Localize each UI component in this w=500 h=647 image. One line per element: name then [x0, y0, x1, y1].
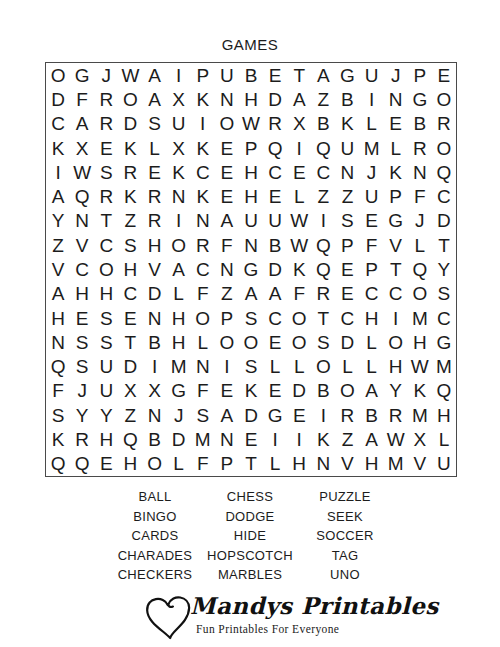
- grid-cell: S: [94, 160, 118, 184]
- grid-cell: O: [94, 257, 118, 281]
- grid-cell: O: [287, 306, 311, 330]
- grid-cell: X: [142, 379, 166, 403]
- grid-cell: E: [384, 112, 408, 136]
- grid-cell: R: [191, 233, 215, 257]
- grid-cell: K: [118, 136, 142, 160]
- grid-cell: S: [191, 403, 215, 427]
- grid-cell: V: [142, 257, 166, 281]
- word-list-item: TAG: [298, 546, 393, 566]
- grid-cell: Z: [46, 233, 70, 257]
- grid-cell: H: [70, 282, 94, 306]
- grid-cell: T: [94, 209, 118, 233]
- grid-cell: N: [384, 87, 408, 111]
- grid-cell: G: [167, 379, 191, 403]
- grid-cell: P: [360, 257, 384, 281]
- grid-cell: U: [94, 355, 118, 379]
- grid-cell: B: [263, 233, 287, 257]
- grid-cell: J: [70, 379, 94, 403]
- grid-cell: P: [335, 233, 359, 257]
- grid-cell: R: [335, 403, 359, 427]
- grid-cell: E: [94, 452, 118, 476]
- grid-cell: E: [215, 160, 239, 184]
- grid-cell: C: [46, 112, 70, 136]
- grid-cell: W: [384, 427, 408, 451]
- grid-cell: E: [215, 136, 239, 160]
- grid-cell: L: [335, 355, 359, 379]
- puzzle-title: GAMES: [0, 36, 500, 53]
- heart-icon: [140, 588, 197, 645]
- grid-cell: H: [142, 233, 166, 257]
- grid-cell: G: [432, 330, 456, 354]
- grid-cell: S: [142, 112, 166, 136]
- grid-cell: K: [408, 379, 432, 403]
- grid-cell: H: [118, 452, 142, 476]
- grid-cell: T: [311, 306, 335, 330]
- grid-cell: O: [432, 87, 456, 111]
- grid-cell: M: [191, 427, 215, 451]
- grid-cell: Q: [432, 160, 456, 184]
- grid-cell: A: [142, 87, 166, 111]
- grid-cell: K: [46, 136, 70, 160]
- grid-cell: L: [287, 355, 311, 379]
- grid-cell: K: [191, 87, 215, 111]
- grid-cell: Z: [335, 427, 359, 451]
- grid-cell: Z: [118, 209, 142, 233]
- grid-cell: C: [335, 306, 359, 330]
- grid-cell: I: [191, 112, 215, 136]
- grid-cell: O: [287, 330, 311, 354]
- word-list-item: PUZZLE: [298, 487, 393, 507]
- grid-cell: A: [215, 209, 239, 233]
- grid-cell: I: [167, 209, 191, 233]
- grid-cell: G: [239, 257, 263, 281]
- grid-cell: Q: [46, 452, 70, 476]
- grid-cell: O: [335, 379, 359, 403]
- grid-cell: O: [191, 306, 215, 330]
- grid-cell: R: [94, 112, 118, 136]
- grid-cell: P: [215, 306, 239, 330]
- grid-cell: S: [239, 306, 263, 330]
- grid-cell: L: [384, 136, 408, 160]
- grid-cell: J: [360, 160, 384, 184]
- grid-cell: S: [46, 403, 70, 427]
- grid-cell: I: [287, 136, 311, 160]
- grid-cell: Z: [335, 184, 359, 208]
- word-list-item: HIDE: [203, 526, 298, 546]
- grid-cell: Y: [94, 403, 118, 427]
- grid-cell: K: [167, 160, 191, 184]
- grid-cell: I: [311, 403, 335, 427]
- grid-cell: L: [142, 136, 166, 160]
- grid-cell: R: [408, 136, 432, 160]
- grid-cell: V: [408, 452, 432, 476]
- grid-cell: E: [360, 209, 384, 233]
- grid-cell: Y: [70, 403, 94, 427]
- grid-cell: H: [167, 330, 191, 354]
- grid-cell: X: [167, 87, 191, 111]
- grid-cell: Z: [118, 403, 142, 427]
- grid-cell: O: [167, 233, 191, 257]
- word-list-item: SOCCER: [298, 526, 393, 546]
- grid-cell: Y: [432, 257, 456, 281]
- grid-cell: U: [263, 209, 287, 233]
- word-list-item: CHECKERS: [108, 565, 203, 585]
- grid-cell: W: [70, 160, 94, 184]
- grid-cell: X: [70, 136, 94, 160]
- grid-cell: V: [335, 452, 359, 476]
- grid-cell: D: [142, 282, 166, 306]
- grid-cell: C: [263, 160, 287, 184]
- word-list-item: BALL: [108, 487, 203, 507]
- word-column: PUZZLESEEKSOCCERTAGUNO: [298, 487, 393, 585]
- grid-cell: D: [167, 427, 191, 451]
- grid-cell: H: [118, 257, 142, 281]
- grid-cell: L: [191, 330, 215, 354]
- grid-cell: M: [360, 136, 384, 160]
- grid-cell: R: [142, 209, 166, 233]
- grid-cell: N: [215, 257, 239, 281]
- grid-cell: E: [335, 257, 359, 281]
- grid-cell: L: [360, 355, 384, 379]
- grid-cell: R: [432, 112, 456, 136]
- grid-cell: P: [239, 136, 263, 160]
- grid-cell: I: [263, 427, 287, 451]
- grid-cell: Q: [311, 233, 335, 257]
- grid-cell: C: [263, 306, 287, 330]
- grid-cell: V: [70, 233, 94, 257]
- grid-cell: I: [384, 306, 408, 330]
- grid-cell: N: [142, 403, 166, 427]
- grid-cell: H: [360, 306, 384, 330]
- grid-cell: X: [167, 136, 191, 160]
- grid-cell: G: [335, 63, 359, 87]
- grid-cell: N: [239, 233, 263, 257]
- grid-cell: Q: [263, 136, 287, 160]
- grid-cell: A: [360, 379, 384, 403]
- grid-cell: H: [239, 160, 263, 184]
- grid-cell: A: [239, 282, 263, 306]
- grid-cell: K: [287, 257, 311, 281]
- grid-cell: D: [118, 355, 142, 379]
- grid-cell: D: [432, 209, 456, 233]
- grid-cell: Z: [311, 87, 335, 111]
- grid-cell: I: [360, 87, 384, 111]
- grid-cell: N: [335, 160, 359, 184]
- grid-cell: E: [215, 184, 239, 208]
- grid-cell: M: [384, 452, 408, 476]
- grid-cell: L: [167, 282, 191, 306]
- grid-cell: N: [167, 184, 191, 208]
- word-list-item: MARBLES: [203, 565, 298, 585]
- word-list: BALLBINGOCARDSCHARADESCHECKERSCHESSDODGE…: [0, 487, 500, 585]
- grid-cell: R: [142, 184, 166, 208]
- grid-cell: J: [408, 209, 432, 233]
- grid-cell: I: [46, 160, 70, 184]
- grid-cell: B: [142, 330, 166, 354]
- grid-cell: E: [263, 330, 287, 354]
- grid-cell: Q: [408, 257, 432, 281]
- grid-cell: H: [239, 184, 263, 208]
- grid-cell: O: [118, 87, 142, 111]
- grid-cell: D: [263, 257, 287, 281]
- grid-cell: U: [167, 112, 191, 136]
- grid-cell: F: [215, 233, 239, 257]
- word-list-item: UNO: [298, 565, 393, 585]
- grid-cell: A: [46, 282, 70, 306]
- grid-cell: K: [311, 427, 335, 451]
- grid-cell: S: [118, 233, 142, 257]
- grid-cell: R: [94, 87, 118, 111]
- grid-cell: O: [408, 282, 432, 306]
- grid-cell: C: [432, 306, 456, 330]
- grid-cell: K: [384, 160, 408, 184]
- grid-cell: O: [432, 136, 456, 160]
- grid-cell: A: [311, 63, 335, 87]
- grid-cell: E: [263, 184, 287, 208]
- grid-cell: I: [287, 427, 311, 451]
- grid-cell: H: [167, 306, 191, 330]
- grid-cell: Q: [311, 136, 335, 160]
- word-column: BALLBINGOCARDSCHARADESCHECKERS: [108, 487, 203, 585]
- grid-cell: M: [432, 355, 456, 379]
- grid-cell: K: [46, 427, 70, 451]
- grid-cell: B: [408, 112, 432, 136]
- grid-cell: L: [360, 330, 384, 354]
- grid-cell: J: [384, 63, 408, 87]
- grid-cell: E: [287, 403, 311, 427]
- grid-cell: O: [215, 330, 239, 354]
- grid-cell: Q: [118, 427, 142, 451]
- word-list-item: DODGE: [203, 507, 298, 527]
- grid-cell: H: [360, 452, 384, 476]
- grid-cell: H: [384, 355, 408, 379]
- grid-cell: C: [360, 282, 384, 306]
- grid-cell: V: [384, 233, 408, 257]
- grid-cell: S: [311, 330, 335, 354]
- word-list-item: CHESS: [203, 487, 298, 507]
- grid-cell: F: [408, 184, 432, 208]
- word-search-grid: OGJWAIPUBETAGUJPEDFROAXKNHDAZBINGOCARDSU…: [45, 62, 457, 477]
- grid-cell: C: [191, 257, 215, 281]
- grid-cell: T: [118, 330, 142, 354]
- grid-cell: D: [239, 403, 263, 427]
- grid-cell: U: [432, 452, 456, 476]
- grid-cell: X: [408, 427, 432, 451]
- grid-cell: G: [384, 209, 408, 233]
- grid-cell: L: [167, 452, 191, 476]
- worksheet-page: GAMES OGJWAIPUBETAGUJPEDFROAXKNHDAZBINGO…: [0, 0, 500, 647]
- grid-cell: N: [311, 452, 335, 476]
- grid-cell: S: [70, 330, 94, 354]
- grid-cell: C: [432, 184, 456, 208]
- word-list-item: CARDS: [108, 526, 203, 546]
- grid-cell: W: [118, 63, 142, 87]
- grid-cell: A: [70, 112, 94, 136]
- grid-cell: E: [215, 379, 239, 403]
- grid-cell: M: [167, 355, 191, 379]
- grid-cell: L: [287, 184, 311, 208]
- grid-cell: N: [191, 355, 215, 379]
- grid-cell: T: [432, 233, 456, 257]
- grid-cell: M: [408, 306, 432, 330]
- grid-cell: A: [142, 63, 166, 87]
- grid-cell: C: [94, 233, 118, 257]
- grid-cell: N: [191, 209, 215, 233]
- grid-cell: P: [384, 184, 408, 208]
- grid-cell: P: [215, 452, 239, 476]
- grid-cell: E: [94, 136, 118, 160]
- grid-cell: I: [311, 209, 335, 233]
- word-list-item: HOPSCOTCH: [203, 546, 298, 566]
- grid-cell: H: [432, 403, 456, 427]
- grid-cell: P: [408, 63, 432, 87]
- grid-cell: Z: [311, 184, 335, 208]
- grid-cell: L: [432, 427, 456, 451]
- word-list-item: BINGO: [108, 507, 203, 527]
- grid-cell: R: [311, 282, 335, 306]
- grid-cell: E: [70, 306, 94, 330]
- grid-cell: J: [94, 63, 118, 87]
- grid-cell: A: [167, 257, 191, 281]
- grid-cell: I: [167, 63, 191, 87]
- grid-cell: E: [142, 160, 166, 184]
- grid-cell: N: [70, 209, 94, 233]
- grid-cell: T: [384, 257, 408, 281]
- grid-cell: N: [215, 427, 239, 451]
- grid-cell: K: [191, 184, 215, 208]
- grid-cell: F: [46, 379, 70, 403]
- grid-cell: S: [94, 306, 118, 330]
- grid-cell: K: [191, 136, 215, 160]
- grid-cell: W: [287, 209, 311, 233]
- word-column: CHESSDODGEHIDEHOPSCOTCHMARBLES: [203, 487, 298, 585]
- grid-cell: K: [335, 112, 359, 136]
- grid-cell: O: [239, 330, 263, 354]
- grid-cell: X: [118, 379, 142, 403]
- grid-cell: K: [118, 184, 142, 208]
- grid-cell: C: [311, 160, 335, 184]
- word-list-item: CHARADES: [108, 546, 203, 566]
- grid-cell: S: [335, 209, 359, 233]
- grid-cell: E: [263, 379, 287, 403]
- grid-cell: O: [215, 112, 239, 136]
- grid-cell: U: [335, 136, 359, 160]
- grid-cell: E: [335, 282, 359, 306]
- grid-cell: A: [215, 403, 239, 427]
- grid-cell: P: [191, 63, 215, 87]
- grid-cell: U: [94, 379, 118, 403]
- grid-cell: H: [94, 427, 118, 451]
- grid-cell: A: [263, 282, 287, 306]
- grid-cell: S: [70, 355, 94, 379]
- grid-cell: E: [263, 63, 287, 87]
- grid-cell: G: [263, 403, 287, 427]
- grid-cell: C: [191, 160, 215, 184]
- grid-cell: X: [287, 112, 311, 136]
- grid-cell: O: [142, 452, 166, 476]
- grid-cell: O: [311, 355, 335, 379]
- grid-cell: E: [432, 63, 456, 87]
- grid-cell: I: [215, 355, 239, 379]
- grid-cell: C: [70, 257, 94, 281]
- grid-cell: U: [360, 184, 384, 208]
- grid-cell: H: [94, 282, 118, 306]
- grid-cell: F: [287, 282, 311, 306]
- grid-cell: B: [311, 112, 335, 136]
- grid-cell: F: [191, 452, 215, 476]
- grid-cell: L: [263, 355, 287, 379]
- grid-cell: S: [239, 355, 263, 379]
- grid-cell: B: [335, 87, 359, 111]
- grid-cell: Y: [384, 379, 408, 403]
- grid-cell: B: [142, 427, 166, 451]
- brand-tagline: Fun Printables For Everyone: [196, 623, 339, 635]
- grid-cell: N: [142, 306, 166, 330]
- grid-cell: J: [167, 403, 191, 427]
- grid-cell: C: [384, 282, 408, 306]
- grid-cell: I: [142, 355, 166, 379]
- grid-cell: G: [70, 63, 94, 87]
- brand-name: Mandys Printables: [190, 592, 439, 619]
- grid-cell: W: [287, 233, 311, 257]
- grid-cell: O: [384, 330, 408, 354]
- grid-cell: N: [408, 160, 432, 184]
- grid-cell: U: [215, 63, 239, 87]
- grid-cell: B: [239, 63, 263, 87]
- grid-cell: R: [263, 112, 287, 136]
- grid-cell: D: [335, 330, 359, 354]
- grid-cell: L: [408, 233, 432, 257]
- grid-cell: H: [287, 452, 311, 476]
- grid-cell: Q: [432, 379, 456, 403]
- grid-cell: L: [263, 452, 287, 476]
- grid-cell: D: [118, 112, 142, 136]
- grid-cell: G: [408, 87, 432, 111]
- grid-cell: Z: [215, 282, 239, 306]
- grid-cell: S: [432, 282, 456, 306]
- grid-cell: R: [94, 184, 118, 208]
- grid-cell: N: [215, 87, 239, 111]
- grid-cell: S: [94, 330, 118, 354]
- grid-cell: R: [118, 160, 142, 184]
- grid-cell: A: [46, 184, 70, 208]
- grid-cell: H: [46, 306, 70, 330]
- grid-cell: W: [239, 112, 263, 136]
- grid-cell: T: [287, 63, 311, 87]
- grid-cell: Y: [46, 209, 70, 233]
- grid-cell: B: [311, 379, 335, 403]
- grid-cell: K: [239, 379, 263, 403]
- grid-cell: R: [70, 427, 94, 451]
- grid-cell: B: [360, 403, 384, 427]
- grid-cell: E: [118, 306, 142, 330]
- grid-cell: Q: [70, 184, 94, 208]
- grid-cell: U: [239, 209, 263, 233]
- grid-cell: H: [239, 87, 263, 111]
- grid-cell: E: [287, 160, 311, 184]
- grid-cell: F: [191, 379, 215, 403]
- grid-cell: E: [239, 427, 263, 451]
- grid-cell: Q: [311, 257, 335, 281]
- grid-cell: U: [360, 63, 384, 87]
- grid-cell: D: [263, 87, 287, 111]
- grid-cell: F: [191, 282, 215, 306]
- grid-cell: T: [239, 452, 263, 476]
- grid-cell: D: [287, 379, 311, 403]
- grid-cell: H: [408, 330, 432, 354]
- grid-cell: Q: [70, 452, 94, 476]
- grid-cell: R: [384, 403, 408, 427]
